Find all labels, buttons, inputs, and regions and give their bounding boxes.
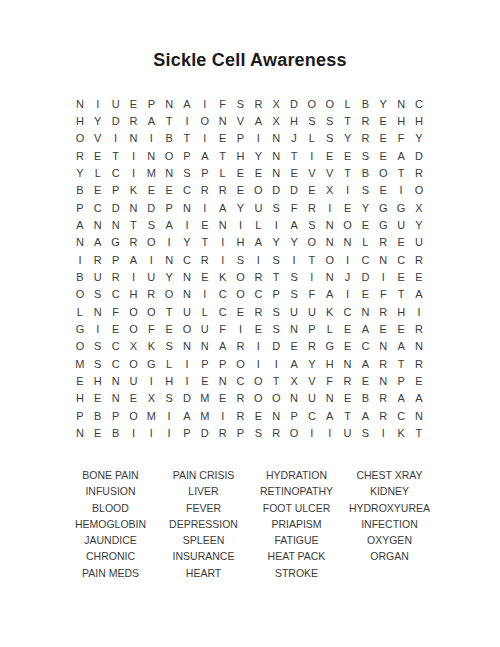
grid-cell[interactable]: C bbox=[392, 251, 410, 268]
grid-cell[interactable]: U bbox=[142, 268, 160, 285]
grid-cell[interactable]: G bbox=[71, 320, 89, 337]
grid-cell[interactable]: X bbox=[125, 338, 143, 355]
grid-cell[interactable]: U bbox=[339, 424, 357, 441]
grid-cell[interactable]: D bbox=[267, 338, 285, 355]
grid-cell[interactable]: L bbox=[321, 320, 339, 337]
grid-cell[interactable]: C bbox=[107, 286, 125, 303]
grid-cell[interactable]: B bbox=[357, 164, 375, 181]
grid-cell[interactable]: O bbox=[125, 407, 143, 424]
grid-cell[interactable]: I bbox=[249, 355, 267, 372]
grid-cell[interactable]: V bbox=[89, 130, 107, 147]
grid-cell[interactable]: I bbox=[303, 424, 321, 441]
grid-cell[interactable]: O bbox=[196, 112, 214, 129]
grid-cell[interactable]: S bbox=[249, 424, 267, 441]
grid-cell[interactable]: V bbox=[303, 164, 321, 181]
grid-cell[interactable]: I bbox=[214, 251, 232, 268]
grid-cell[interactable]: P bbox=[267, 286, 285, 303]
grid-cell[interactable]: B bbox=[357, 390, 375, 407]
grid-cell[interactable]: E bbox=[249, 407, 267, 424]
grid-cell[interactable]: R bbox=[89, 251, 107, 268]
grid-cell[interactable]: U bbox=[249, 199, 267, 216]
grid-cell[interactable]: V bbox=[232, 112, 250, 129]
grid-cell[interactable]: C bbox=[107, 338, 125, 355]
grid-cell[interactable]: E bbox=[339, 147, 357, 164]
grid-cell[interactable]: N bbox=[267, 407, 285, 424]
grid-cell[interactable]: P bbox=[392, 372, 410, 389]
grid-cell[interactable]: E bbox=[339, 338, 357, 355]
grid-cell[interactable]: X bbox=[321, 182, 339, 199]
grid-cell[interactable]: P bbox=[196, 355, 214, 372]
grid-cell[interactable]: V bbox=[321, 164, 339, 181]
grid-cell[interactable]: T bbox=[285, 147, 303, 164]
grid-cell[interactable]: I bbox=[196, 199, 214, 216]
grid-cell[interactable]: O bbox=[71, 286, 89, 303]
grid-cell[interactable]: Y bbox=[160, 268, 178, 285]
grid-cell[interactable]: L bbox=[71, 303, 89, 320]
grid-cell[interactable]: M bbox=[196, 390, 214, 407]
grid-cell[interactable]: E bbox=[410, 268, 428, 285]
grid-cell[interactable]: N bbox=[321, 268, 339, 285]
grid-cell[interactable]: B bbox=[71, 182, 89, 199]
grid-cell[interactable]: R bbox=[374, 355, 392, 372]
grid-cell[interactable]: S bbox=[267, 320, 285, 337]
grid-cell[interactable]: O bbox=[160, 147, 178, 164]
grid-cell[interactable]: N bbox=[339, 234, 357, 251]
grid-cell[interactable]: E bbox=[232, 303, 250, 320]
grid-cell[interactable]: I bbox=[267, 355, 285, 372]
grid-cell[interactable]: C bbox=[89, 199, 107, 216]
grid-cell[interactable]: E bbox=[249, 164, 267, 181]
grid-cell[interactable]: I bbox=[339, 251, 357, 268]
grid-cell[interactable]: R bbox=[410, 251, 428, 268]
grid-cell[interactable]: O bbox=[125, 303, 143, 320]
grid-cell[interactable]: Y bbox=[249, 147, 267, 164]
grid-cell[interactable]: N bbox=[160, 251, 178, 268]
grid-cell[interactable]: F bbox=[214, 95, 232, 112]
grid-cell[interactable]: R bbox=[214, 424, 232, 441]
grid-cell[interactable]: T bbox=[339, 112, 357, 129]
grid-cell[interactable]: E bbox=[339, 320, 357, 337]
grid-cell[interactable]: I bbox=[392, 182, 410, 199]
grid-cell[interactable]: R bbox=[249, 268, 267, 285]
grid-cell[interactable]: U bbox=[178, 303, 196, 320]
grid-cell[interactable]: C bbox=[303, 407, 321, 424]
grid-cell[interactable]: D bbox=[267, 182, 285, 199]
grid-cell[interactable]: O bbox=[178, 320, 196, 337]
grid-cell[interactable]: P bbox=[232, 424, 250, 441]
grid-cell[interactable]: O bbox=[303, 234, 321, 251]
grid-cell[interactable]: S bbox=[357, 147, 375, 164]
grid-cell[interactable]: E bbox=[392, 234, 410, 251]
grid-cell[interactable]: N bbox=[285, 320, 303, 337]
grid-cell[interactable]: J bbox=[285, 130, 303, 147]
grid-cell[interactable]: E bbox=[374, 147, 392, 164]
grid-cell[interactable]: N bbox=[321, 390, 339, 407]
grid-cell[interactable]: A bbox=[160, 216, 178, 233]
grid-cell[interactable]: U bbox=[125, 372, 143, 389]
grid-cell[interactable]: S bbox=[232, 251, 250, 268]
grid-cell[interactable]: U bbox=[196, 320, 214, 337]
grid-cell[interactable]: R bbox=[107, 268, 125, 285]
grid-cell[interactable]: S bbox=[267, 303, 285, 320]
grid-cell[interactable]: P bbox=[178, 424, 196, 441]
grid-cell[interactable]: E bbox=[285, 338, 303, 355]
grid-cell[interactable]: I bbox=[71, 251, 89, 268]
grid-cell[interactable]: A bbox=[125, 251, 143, 268]
grid-cell[interactable]: I bbox=[214, 234, 232, 251]
grid-cell[interactable]: R bbox=[214, 182, 232, 199]
grid-cell[interactable]: I bbox=[178, 372, 196, 389]
grid-cell[interactable]: I bbox=[125, 268, 143, 285]
grid-cell[interactable]: S bbox=[178, 164, 196, 181]
grid-cell[interactable]: I bbox=[89, 95, 107, 112]
grid-cell[interactable]: A bbox=[392, 147, 410, 164]
grid-cell[interactable]: T bbox=[339, 164, 357, 181]
grid-cell[interactable]: Y bbox=[303, 355, 321, 372]
grid-cell[interactable]: R bbox=[374, 407, 392, 424]
grid-cell[interactable]: N bbox=[89, 303, 107, 320]
grid-cell[interactable]: E bbox=[374, 130, 392, 147]
grid-cell[interactable]: O bbox=[303, 95, 321, 112]
grid-cell[interactable]: H bbox=[392, 303, 410, 320]
grid-cell[interactable]: N bbox=[392, 95, 410, 112]
grid-cell[interactable]: I bbox=[142, 372, 160, 389]
grid-cell[interactable]: R bbox=[232, 390, 250, 407]
grid-cell[interactable]: N bbox=[321, 234, 339, 251]
grid-cell[interactable]: R bbox=[249, 303, 267, 320]
grid-cell[interactable]: E bbox=[357, 286, 375, 303]
grid-cell[interactable]: S bbox=[321, 130, 339, 147]
grid-cell[interactable]: I bbox=[125, 424, 143, 441]
grid-cell[interactable]: T bbox=[267, 372, 285, 389]
grid-cell[interactable]: E bbox=[89, 424, 107, 441]
grid-cell[interactable]: N bbox=[214, 112, 232, 129]
grid-cell[interactable]: T bbox=[160, 112, 178, 129]
grid-cell[interactable]: N bbox=[160, 95, 178, 112]
grid-cell[interactable]: A bbox=[321, 286, 339, 303]
grid-cell[interactable]: Y bbox=[89, 112, 107, 129]
grid-cell[interactable]: N bbox=[160, 164, 178, 181]
grid-cell[interactable]: C bbox=[107, 355, 125, 372]
grid-cell[interactable]: K bbox=[321, 303, 339, 320]
grid-cell[interactable]: I bbox=[160, 424, 178, 441]
grid-cell[interactable]: N bbox=[178, 286, 196, 303]
grid-cell[interactable]: R bbox=[125, 112, 143, 129]
grid-cell[interactable]: D bbox=[357, 268, 375, 285]
grid-cell[interactable]: R bbox=[142, 286, 160, 303]
grid-cell[interactable]: I bbox=[142, 251, 160, 268]
grid-cell[interactable]: G bbox=[374, 199, 392, 216]
grid-cell[interactable]: S bbox=[321, 112, 339, 129]
grid-cell[interactable]: L bbox=[339, 95, 357, 112]
grid-cell[interactable]: A bbox=[214, 199, 232, 216]
grid-cell[interactable]: E bbox=[374, 182, 392, 199]
grid-cell[interactable]: D bbox=[285, 182, 303, 199]
grid-cell[interactable]: S bbox=[160, 390, 178, 407]
grid-cell[interactable]: F bbox=[107, 303, 125, 320]
grid-cell[interactable]: U bbox=[303, 390, 321, 407]
grid-cell[interactable]: U bbox=[285, 303, 303, 320]
grid-cell[interactable]: I bbox=[232, 320, 250, 337]
grid-cell[interactable]: Y bbox=[285, 234, 303, 251]
grid-cell[interactable]: F bbox=[392, 130, 410, 147]
grid-cell[interactable]: N bbox=[125, 130, 143, 147]
grid-cell[interactable]: A bbox=[249, 112, 267, 129]
grid-cell[interactable]: G bbox=[142, 355, 160, 372]
grid-cell[interactable]: D bbox=[196, 424, 214, 441]
grid-cell[interactable]: I bbox=[303, 268, 321, 285]
grid-cell[interactable]: C bbox=[357, 338, 375, 355]
grid-cell[interactable]: S bbox=[232, 95, 250, 112]
grid-cell[interactable]: N bbox=[71, 424, 89, 441]
grid-cell[interactable]: R bbox=[410, 164, 428, 181]
grid-cell[interactable]: E bbox=[285, 164, 303, 181]
grid-cell[interactable]: R bbox=[374, 303, 392, 320]
grid-cell[interactable]: I bbox=[249, 338, 267, 355]
grid-cell[interactable]: E bbox=[196, 268, 214, 285]
grid-cell[interactable]: R bbox=[232, 338, 250, 355]
grid-cell[interactable]: E bbox=[303, 182, 321, 199]
grid-cell[interactable]: K bbox=[142, 338, 160, 355]
grid-cell[interactable]: N bbox=[410, 407, 428, 424]
grid-cell[interactable]: I bbox=[410, 303, 428, 320]
grid-cell[interactable]: L bbox=[249, 216, 267, 233]
grid-cell[interactable]: R bbox=[303, 338, 321, 355]
grid-cell[interactable]: S bbox=[267, 199, 285, 216]
grid-cell[interactable]: R bbox=[196, 251, 214, 268]
grid-cell[interactable]: N bbox=[107, 216, 125, 233]
grid-cell[interactable]: S bbox=[303, 216, 321, 233]
grid-cell[interactable]: H bbox=[285, 112, 303, 129]
grid-cell[interactable]: N bbox=[125, 199, 143, 216]
grid-cell[interactable]: B bbox=[89, 407, 107, 424]
grid-cell[interactable]: M bbox=[71, 355, 89, 372]
grid-cell[interactable]: H bbox=[125, 286, 143, 303]
grid-cell[interactable]: I bbox=[125, 164, 143, 181]
grid-cell[interactable]: F bbox=[303, 286, 321, 303]
grid-cell[interactable]: P bbox=[71, 199, 89, 216]
grid-cell[interactable]: X bbox=[267, 95, 285, 112]
grid-cell[interactable]: O bbox=[232, 286, 250, 303]
grid-cell[interactable]: A bbox=[321, 407, 339, 424]
grid-cell[interactable]: E bbox=[232, 182, 250, 199]
grid-cell[interactable]: A bbox=[142, 112, 160, 129]
grid-cell[interactable]: A bbox=[196, 147, 214, 164]
grid-cell[interactable]: E bbox=[125, 390, 143, 407]
grid-cell[interactable]: C bbox=[392, 407, 410, 424]
grid-cell[interactable]: S bbox=[89, 286, 107, 303]
grid-cell[interactable]: I bbox=[321, 199, 339, 216]
grid-cell[interactable]: N bbox=[178, 338, 196, 355]
grid-cell[interactable]: C bbox=[232, 372, 250, 389]
grid-cell[interactable]: I bbox=[142, 424, 160, 441]
grid-cell[interactable]: S bbox=[357, 424, 375, 441]
grid-cell[interactable]: T bbox=[303, 251, 321, 268]
grid-cell[interactable]: H bbox=[160, 372, 178, 389]
grid-cell[interactable]: A bbox=[71, 216, 89, 233]
grid-cell[interactable]: L bbox=[357, 234, 375, 251]
grid-cell[interactable]: X bbox=[285, 372, 303, 389]
grid-cell[interactable]: U bbox=[392, 216, 410, 233]
grid-cell[interactable]: T bbox=[392, 355, 410, 372]
grid-cell[interactable]: N bbox=[214, 216, 232, 233]
grid-cell[interactable]: R bbox=[249, 95, 267, 112]
grid-cell[interactable]: C bbox=[214, 303, 232, 320]
grid-cell[interactable]: O bbox=[232, 355, 250, 372]
grid-cell[interactable]: F bbox=[374, 286, 392, 303]
grid-cell[interactable]: F bbox=[321, 372, 339, 389]
grid-cell[interactable]: N bbox=[321, 216, 339, 233]
grid-cell[interactable]: I bbox=[196, 130, 214, 147]
grid-cell[interactable]: Y bbox=[410, 216, 428, 233]
grid-cell[interactable]: M bbox=[196, 407, 214, 424]
grid-cell[interactable]: H bbox=[392, 112, 410, 129]
grid-cell[interactable]: G bbox=[107, 234, 125, 251]
grid-cell[interactable]: T bbox=[410, 424, 428, 441]
grid-cell[interactable]: P bbox=[232, 130, 250, 147]
grid-cell[interactable]: U bbox=[303, 303, 321, 320]
grid-cell[interactable]: R bbox=[232, 407, 250, 424]
grid-cell[interactable]: T bbox=[196, 234, 214, 251]
grid-cell[interactable]: N bbox=[267, 164, 285, 181]
grid-cell[interactable]: P bbox=[107, 182, 125, 199]
grid-cell[interactable]: I bbox=[160, 234, 178, 251]
grid-cell[interactable]: O bbox=[71, 130, 89, 147]
grid-cell[interactable]: I bbox=[160, 407, 178, 424]
grid-cell[interactable]: S bbox=[267, 251, 285, 268]
grid-cell[interactable]: N bbox=[107, 390, 125, 407]
grid-cell[interactable]: R bbox=[410, 355, 428, 372]
grid-cell[interactable]: I bbox=[178, 216, 196, 233]
grid-cell[interactable]: R bbox=[357, 130, 375, 147]
grid-cell[interactable]: I bbox=[267, 216, 285, 233]
grid-cell[interactable]: N bbox=[374, 372, 392, 389]
grid-cell[interactable]: I bbox=[374, 268, 392, 285]
grid-cell[interactable]: E bbox=[196, 216, 214, 233]
grid-cell[interactable]: E bbox=[392, 320, 410, 337]
grid-cell[interactable]: Y bbox=[357, 199, 375, 216]
grid-cell[interactable]: M bbox=[142, 164, 160, 181]
grid-cell[interactable]: S bbox=[142, 216, 160, 233]
grid-cell[interactable]: I bbox=[303, 147, 321, 164]
grid-cell[interactable]: P bbox=[196, 164, 214, 181]
grid-cell[interactable]: N bbox=[178, 268, 196, 285]
grid-cell[interactable]: Y bbox=[232, 199, 250, 216]
grid-cell[interactable]: H bbox=[89, 372, 107, 389]
grid-cell[interactable]: O bbox=[249, 390, 267, 407]
grid-cell[interactable]: V bbox=[303, 372, 321, 389]
grid-cell[interactable]: L bbox=[196, 303, 214, 320]
grid-cell[interactable]: R bbox=[267, 424, 285, 441]
grid-cell[interactable]: C bbox=[214, 286, 232, 303]
grid-cell[interactable]: O bbox=[232, 268, 250, 285]
grid-cell[interactable]: R bbox=[71, 147, 89, 164]
grid-cell[interactable]: Y bbox=[267, 234, 285, 251]
grid-cell[interactable]: I bbox=[232, 216, 250, 233]
grid-cell[interactable]: E bbox=[214, 130, 232, 147]
grid-cell[interactable]: R bbox=[303, 199, 321, 216]
grid-cell[interactable]: T bbox=[267, 268, 285, 285]
grid-cell[interactable]: N bbox=[196, 338, 214, 355]
grid-cell[interactable]: A bbox=[214, 338, 232, 355]
grid-cell[interactable]: F bbox=[285, 199, 303, 216]
grid-cell[interactable]: E bbox=[89, 147, 107, 164]
grid-cell[interactable]: I bbox=[178, 112, 196, 129]
grid-cell[interactable]: N bbox=[410, 338, 428, 355]
grid-cell[interactable]: I bbox=[339, 182, 357, 199]
grid-cell[interactable]: E bbox=[374, 112, 392, 129]
grid-cell[interactable]: T bbox=[107, 147, 125, 164]
grid-cell[interactable]: I bbox=[125, 147, 143, 164]
grid-cell[interactable]: A bbox=[285, 355, 303, 372]
grid-cell[interactable]: P bbox=[142, 95, 160, 112]
grid-cell[interactable]: R bbox=[196, 182, 214, 199]
grid-cell[interactable]: N bbox=[339, 355, 357, 372]
grid-cell[interactable]: I bbox=[339, 286, 357, 303]
grid-cell[interactable]: N bbox=[71, 234, 89, 251]
grid-cell[interactable]: K bbox=[392, 424, 410, 441]
grid-cell[interactable]: E bbox=[249, 320, 267, 337]
grid-cell[interactable]: S bbox=[357, 182, 375, 199]
grid-cell[interactable]: O bbox=[160, 286, 178, 303]
grid-cell[interactable]: N bbox=[214, 372, 232, 389]
grid-cell[interactable]: A bbox=[357, 320, 375, 337]
grid-cell[interactable]: U bbox=[410, 234, 428, 251]
grid-cell[interactable]: G bbox=[392, 199, 410, 216]
grid-cell[interactable]: E bbox=[410, 372, 428, 389]
grid-cell[interactable]: Y bbox=[71, 164, 89, 181]
grid-cell[interactable]: H bbox=[71, 112, 89, 129]
grid-cell[interactable]: E bbox=[196, 372, 214, 389]
grid-cell[interactable]: E bbox=[357, 216, 375, 233]
grid-cell[interactable]: D bbox=[107, 112, 125, 129]
grid-cell[interactable]: I bbox=[249, 251, 267, 268]
grid-cell[interactable]: E bbox=[214, 390, 232, 407]
grid-cell[interactable]: A bbox=[89, 234, 107, 251]
grid-cell[interactable]: E bbox=[232, 164, 250, 181]
grid-cell[interactable]: E bbox=[160, 320, 178, 337]
grid-cell[interactable]: E bbox=[392, 268, 410, 285]
grid-cell[interactable]: I bbox=[196, 286, 214, 303]
grid-cell[interactable]: T bbox=[160, 303, 178, 320]
grid-cell[interactable]: Y bbox=[339, 130, 357, 147]
grid-cell[interactable]: X bbox=[410, 199, 428, 216]
grid-cell[interactable]: S bbox=[285, 268, 303, 285]
grid-cell[interactable]: E bbox=[107, 320, 125, 337]
grid-cell[interactable]: O bbox=[285, 424, 303, 441]
grid-cell[interactable]: Y bbox=[410, 130, 428, 147]
grid-cell[interactable]: A bbox=[410, 390, 428, 407]
grid-cell[interactable]: P bbox=[107, 407, 125, 424]
grid-cell[interactable]: B bbox=[160, 130, 178, 147]
grid-cell[interactable]: T bbox=[214, 147, 232, 164]
grid-cell[interactable]: X bbox=[142, 390, 160, 407]
grid-cell[interactable]: N bbox=[107, 372, 125, 389]
grid-cell[interactable]: T bbox=[339, 407, 357, 424]
grid-cell[interactable]: E bbox=[357, 372, 375, 389]
grid-cell[interactable]: L bbox=[89, 164, 107, 181]
grid-cell[interactable]: C bbox=[178, 251, 196, 268]
grid-cell[interactable]: I bbox=[321, 424, 339, 441]
grid-cell[interactable]: E bbox=[160, 182, 178, 199]
grid-cell[interactable]: H bbox=[232, 147, 250, 164]
grid-cell[interactable]: M bbox=[142, 407, 160, 424]
grid-cell[interactable]: N bbox=[285, 390, 303, 407]
grid-cell[interactable]: A bbox=[249, 234, 267, 251]
grid-cell[interactable]: I bbox=[374, 424, 392, 441]
grid-cell[interactable]: T bbox=[178, 130, 196, 147]
grid-cell[interactable]: S bbox=[89, 338, 107, 355]
